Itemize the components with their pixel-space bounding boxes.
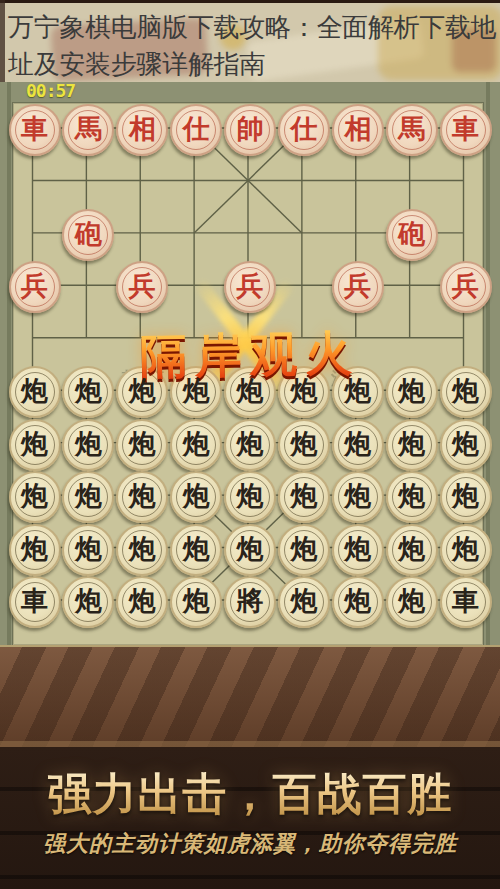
- piece-black-c-d6[interactable]: 炮: [170, 366, 222, 418]
- piece-glyph: 帥: [237, 111, 264, 147]
- piece-black-c-e6[interactable]: 炮: [224, 366, 276, 418]
- footer-panel: 强力出击，百战百胜 强大的主动计策如虎添翼，助你夺得完胜: [0, 747, 500, 889]
- piece-black-c-a8[interactable]: 炮: [9, 471, 61, 523]
- title-bar: 万宁象棋电脑版下载攻略：全面解析下载地址及安装步骤详解指南: [0, 0, 500, 82]
- piece-red-n-b1[interactable]: 馬: [62, 104, 114, 156]
- piece-black-c-g7[interactable]: 炮: [332, 419, 384, 471]
- piece-black-c-h10[interactable]: 炮: [386, 576, 438, 628]
- piece-glyph: 炮: [344, 583, 371, 619]
- piece-black-c-i7[interactable]: 炮: [440, 419, 492, 471]
- piece-glyph: 砲: [75, 216, 102, 252]
- piece-glyph: 車: [21, 111, 48, 147]
- piece-glyph: 炮: [290, 531, 317, 567]
- piece-glyph: 炮: [344, 478, 371, 514]
- piece-glyph: 炮: [183, 426, 210, 462]
- piece-black-c-i8[interactable]: 炮: [440, 471, 492, 523]
- page-title: 万宁象棋电脑版下载攻略：全面解析下载地址及安装步骤详解指南: [8, 9, 500, 82]
- piece-black-c-b7[interactable]: 炮: [62, 419, 114, 471]
- piece-glyph: 炮: [344, 373, 371, 409]
- piece-glyph: 兵: [452, 268, 479, 304]
- wood-frame-band: [0, 645, 500, 747]
- piece-red-r-a1[interactable]: 車: [9, 104, 61, 156]
- piece-glyph: 車: [452, 583, 479, 619]
- piece-glyph: 炮: [452, 478, 479, 514]
- footer-headline: 强力出击，百战百胜: [0, 765, 500, 824]
- piece-glyph: 炮: [129, 583, 156, 619]
- piece-glyph: 車: [452, 111, 479, 147]
- piece-black-c-c9[interactable]: 炮: [116, 524, 168, 576]
- piece-black-c-e7[interactable]: 炮: [224, 419, 276, 471]
- piece-glyph: 炮: [452, 531, 479, 567]
- piece-black-c-g6[interactable]: 炮: [332, 366, 384, 418]
- piece-glyph: 炮: [75, 373, 102, 409]
- piece-black-c-h8[interactable]: 炮: [386, 471, 438, 523]
- footer-subline: 强大的主动计策如虎添翼，助你夺得完胜: [0, 829, 500, 859]
- piece-glyph: 炮: [290, 583, 317, 619]
- piece-black-k-e10[interactable]: 將: [224, 576, 276, 628]
- piece-black-c-i9[interactable]: 炮: [440, 524, 492, 576]
- piece-glyph: 馬: [75, 111, 102, 147]
- piece-glyph: 炮: [398, 478, 425, 514]
- piece-glyph: 兵: [237, 268, 264, 304]
- piece-glyph: 仕: [290, 111, 317, 147]
- piece-glyph: 炮: [75, 531, 102, 567]
- piece-glyph: 炮: [398, 426, 425, 462]
- piece-black-c-g10[interactable]: 炮: [332, 576, 384, 628]
- piece-black-c-f8[interactable]: 炮: [278, 471, 330, 523]
- piece-black-c-h9[interactable]: 炮: [386, 524, 438, 576]
- piece-black-c-d9[interactable]: 炮: [170, 524, 222, 576]
- piece-red-p-i4[interactable]: 兵: [440, 261, 492, 313]
- piece-glyph: 炮: [75, 583, 102, 619]
- piece-glyph: 炮: [129, 478, 156, 514]
- piece-black-c-c8[interactable]: 炮: [116, 471, 168, 523]
- piece-glyph: 炮: [344, 426, 371, 462]
- piece-black-c-c10[interactable]: 炮: [116, 576, 168, 628]
- piece-black-c-f6[interactable]: 炮: [278, 366, 330, 418]
- piece-black-c-g8[interactable]: 炮: [332, 471, 384, 523]
- piece-black-c-b10[interactable]: 炮: [62, 576, 114, 628]
- piece-black-c-a6[interactable]: 炮: [9, 366, 61, 418]
- piece-black-c-i6[interactable]: 炮: [440, 366, 492, 418]
- piece-black-c-f7[interactable]: 炮: [278, 419, 330, 471]
- piece-glyph: 炮: [21, 478, 48, 514]
- piece-glyph: 炮: [290, 373, 317, 409]
- piece-glyph: 炮: [290, 426, 317, 462]
- piece-glyph: 炮: [21, 426, 48, 462]
- piece-glyph: 將: [237, 583, 264, 619]
- left-border: [0, 0, 5, 82]
- piece-glyph: 炮: [398, 531, 425, 567]
- piece-glyph: 兵: [344, 268, 371, 304]
- piece-glyph: 相: [129, 111, 156, 147]
- piece-glyph: 兵: [21, 268, 48, 304]
- piece-glyph: 炮: [183, 478, 210, 514]
- piece-glyph: 馬: [398, 111, 425, 147]
- piece-black-c-b9[interactable]: 炮: [62, 524, 114, 576]
- piece-glyph: 炮: [129, 426, 156, 462]
- piece-black-c-c7[interactable]: 炮: [116, 419, 168, 471]
- piece-black-c-h6[interactable]: 炮: [386, 366, 438, 418]
- piece-black-c-g9[interactable]: 炮: [332, 524, 384, 576]
- piece-glyph: 炮: [237, 531, 264, 567]
- piece-red-p-g4[interactable]: 兵: [332, 261, 384, 313]
- piece-black-c-a9[interactable]: 炮: [9, 524, 61, 576]
- piece-black-c-a7[interactable]: 炮: [9, 419, 61, 471]
- piece-glyph: 炮: [398, 373, 425, 409]
- piece-glyph: 炮: [75, 426, 102, 462]
- piece-glyph: 炮: [75, 478, 102, 514]
- piece-glyph: 炮: [183, 583, 210, 619]
- piece-red-k-e1[interactable]: 帥: [224, 104, 276, 156]
- piece-red-b-g1[interactable]: 相: [332, 104, 384, 156]
- piece-red-p-e4[interactable]: 兵: [224, 261, 276, 313]
- piece-black-c-d8[interactable]: 炮: [170, 471, 222, 523]
- game-area: 00:57 楚河 汉界 車馬相仕帥仕相馬車砲砲兵兵兵兵兵炮炮炮炮炮炮炮炮炮炮炮炮…: [0, 82, 500, 645]
- piece-glyph: 炮: [129, 373, 156, 409]
- piece-glyph: 炮: [398, 583, 425, 619]
- piece-black-r-i10[interactable]: 車: [440, 576, 492, 628]
- piece-red-p-a4[interactable]: 兵: [9, 261, 61, 313]
- piece-red-b-c1[interactable]: 相: [116, 104, 168, 156]
- piece-black-c-h7[interactable]: 炮: [386, 419, 438, 471]
- piece-glyph: 炮: [129, 531, 156, 567]
- piece-glyph: 兵: [129, 268, 156, 304]
- piece-glyph: 炮: [452, 373, 479, 409]
- piece-glyph: 炮: [183, 531, 210, 567]
- piece-glyph: 砲: [398, 216, 425, 252]
- app-screen: 万宁象棋电脑版下载攻略：全面解析下载地址及安装步骤详解指南 00:57 楚河 汉…: [0, 0, 500, 889]
- piece-red-a-f1[interactable]: 仕: [278, 104, 330, 156]
- piece-black-c-e9[interactable]: 炮: [224, 524, 276, 576]
- piece-red-r-i1[interactable]: 車: [440, 104, 492, 156]
- piece-glyph: 炮: [344, 531, 371, 567]
- piece-black-c-d7[interactable]: 炮: [170, 419, 222, 471]
- piece-red-n-h1[interactable]: 馬: [386, 104, 438, 156]
- piece-red-c-b3[interactable]: 砲: [62, 209, 114, 261]
- piece-glyph: 炮: [452, 426, 479, 462]
- piece-glyph: 炮: [21, 373, 48, 409]
- piece-glyph: 炮: [237, 478, 264, 514]
- timer-display: 00:57: [26, 80, 75, 101]
- piece-glyph: 炮: [290, 478, 317, 514]
- piece-glyph: 炮: [183, 373, 210, 409]
- piece-black-r-a10[interactable]: 車: [9, 576, 61, 628]
- piece-black-c-e8[interactable]: 炮: [224, 471, 276, 523]
- piece-red-a-d1[interactable]: 仕: [170, 104, 222, 156]
- top-border: [0, 0, 500, 3]
- piece-black-c-f10[interactable]: 炮: [278, 576, 330, 628]
- piece-glyph: 炮: [237, 373, 264, 409]
- piece-black-c-d10[interactable]: 炮: [170, 576, 222, 628]
- piece-red-c-h3[interactable]: 砲: [386, 209, 438, 261]
- piece-glyph: 仕: [183, 111, 210, 147]
- piece-glyph: 車: [21, 583, 48, 619]
- piece-glyph: 炮: [21, 531, 48, 567]
- page-title-line1: 万宁象棋电脑版下载攻略：全面解析下载地: [8, 12, 496, 42]
- piece-glyph: 炮: [237, 426, 264, 462]
- piece-black-c-f9[interactable]: 炮: [278, 524, 330, 576]
- piece-glyph: 相: [344, 111, 371, 147]
- page-title-line2: 址及安装步骤详解指南: [8, 49, 265, 79]
